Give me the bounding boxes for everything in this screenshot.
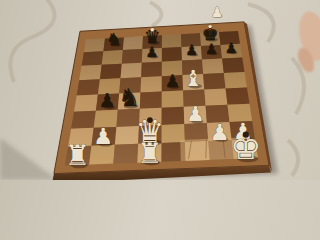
square-h4[interactable] bbox=[226, 88, 250, 105]
square-d5[interactable] bbox=[141, 76, 162, 92]
svg-text:♟: ♟ bbox=[93, 123, 113, 149]
square-c1[interactable] bbox=[113, 144, 138, 164]
carpet-shadow-corner bbox=[0, 138, 58, 180]
square-a8[interactable] bbox=[84, 38, 105, 52]
svg-text:♟: ♟ bbox=[210, 119, 230, 145]
square-h5[interactable] bbox=[224, 72, 247, 88]
square-a3[interactable] bbox=[71, 111, 96, 129]
square-b7[interactable] bbox=[102, 50, 123, 65]
svg-text:♟: ♟ bbox=[205, 41, 218, 57]
piece-bP-d7[interactable]: ♟ bbox=[146, 44, 159, 60]
piece-bN-c4[interactable]: ♞ bbox=[118, 84, 140, 112]
svg-text:♟: ♟ bbox=[186, 102, 204, 126]
square-g6[interactable] bbox=[202, 59, 224, 75]
square-a4[interactable] bbox=[74, 95, 98, 112]
square-g5[interactable] bbox=[203, 73, 225, 89]
square-d4[interactable] bbox=[140, 92, 162, 109]
svg-text:♟: ♟ bbox=[211, 4, 224, 20]
piece-wK-h1[interactable]: ♚ bbox=[230, 127, 261, 167]
piece-bP-b4[interactable]: ♟ bbox=[99, 90, 116, 111]
piece-wP-g2[interactable]: ♟ bbox=[210, 119, 230, 145]
finial-tip bbox=[243, 131, 249, 137]
square-g4[interactable] bbox=[204, 89, 227, 106]
finial-tip bbox=[147, 117, 153, 123]
square-e4[interactable] bbox=[162, 91, 184, 108]
svg-text:♜: ♜ bbox=[64, 139, 89, 172]
piece-bN-b8[interactable]: ♞ bbox=[106, 29, 121, 49]
svg-text:♝: ♝ bbox=[184, 65, 204, 91]
chess-scene: ♞♛♚♟♟♟♟♟♝♟♞♟♟♛♟♟♜♜♚ ♟ bbox=[0, 0, 320, 180]
finial-tip bbox=[151, 28, 154, 31]
square-a6[interactable] bbox=[79, 65, 102, 81]
piece-bP-f7[interactable]: ♟ bbox=[185, 42, 198, 58]
svg-text:♟: ♟ bbox=[185, 42, 198, 58]
piece-bP-e5[interactable]: ♟ bbox=[165, 71, 180, 91]
svg-text:♟: ♟ bbox=[99, 90, 116, 111]
square-c8[interactable] bbox=[123, 36, 143, 50]
square-a5[interactable] bbox=[77, 79, 100, 95]
svg-text:♜: ♜ bbox=[137, 137, 162, 170]
piece-wR-d1[interactable]: ♜ bbox=[137, 137, 162, 170]
square-e7[interactable] bbox=[162, 47, 182, 62]
square-e3[interactable] bbox=[162, 107, 185, 125]
square-h6[interactable] bbox=[222, 58, 244, 74]
svg-text:♟: ♟ bbox=[146, 44, 159, 60]
square-c6[interactable] bbox=[121, 63, 142, 78]
piece-bP-h7[interactable]: ♟ bbox=[225, 40, 238, 56]
piece-wB-f5[interactable]: ♝ bbox=[184, 65, 204, 91]
square-c7[interactable] bbox=[122, 49, 143, 64]
piece-wR-a1[interactable]: ♜ bbox=[64, 139, 89, 172]
piece-wP-f3[interactable]: ♟ bbox=[186, 102, 204, 126]
square-b6[interactable] bbox=[100, 64, 122, 79]
square-e8[interactable] bbox=[162, 34, 182, 48]
svg-text:♞: ♞ bbox=[106, 29, 121, 49]
square-a7[interactable] bbox=[82, 51, 104, 66]
captured-white-piece: ♟ bbox=[211, 4, 224, 20]
piece-bP-g7[interactable]: ♟ bbox=[205, 41, 218, 57]
svg-text:♟: ♟ bbox=[165, 71, 180, 91]
svg-text:♟: ♟ bbox=[225, 40, 238, 56]
piece-wP-b2[interactable]: ♟ bbox=[93, 123, 113, 149]
svg-text:♞: ♞ bbox=[118, 84, 140, 112]
square-d6[interactable] bbox=[141, 62, 162, 77]
finial-tip bbox=[208, 25, 211, 28]
